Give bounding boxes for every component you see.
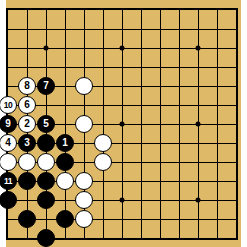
intersection[interactable]: [189, 210, 208, 229]
go-board: 8710692543111: [0, 1, 246, 247]
intersection[interactable]: [94, 39, 113, 58]
intersection[interactable]: [151, 153, 170, 172]
intersection[interactable]: [170, 229, 189, 247]
intersection[interactable]: [94, 1, 113, 20]
intersection[interactable]: [94, 77, 113, 96]
intersection[interactable]: [37, 96, 56, 115]
intersection[interactable]: [189, 77, 208, 96]
intersection[interactable]: [170, 77, 189, 96]
intersection[interactable]: [227, 77, 246, 96]
intersection[interactable]: [94, 191, 113, 210]
intersection[interactable]: [227, 1, 246, 20]
intersection[interactable]: [56, 77, 75, 96]
intersection[interactable]: 1: [56, 134, 75, 153]
intersection[interactable]: [208, 210, 227, 229]
intersection[interactable]: [227, 39, 246, 58]
intersection[interactable]: [113, 39, 132, 58]
black-stone: [37, 134, 55, 152]
intersection[interactable]: 2: [18, 115, 37, 134]
intersection[interactable]: [151, 191, 170, 210]
intersection[interactable]: [208, 191, 227, 210]
intersection[interactable]: [132, 191, 151, 210]
intersection[interactable]: [208, 1, 227, 20]
intersection[interactable]: [75, 77, 94, 96]
intersection[interactable]: [94, 153, 113, 172]
intersection[interactable]: [113, 191, 132, 210]
intersection[interactable]: [132, 210, 151, 229]
intersection[interactable]: [56, 191, 75, 210]
intersection[interactable]: [151, 134, 170, 153]
intersection[interactable]: 4: [0, 134, 18, 153]
white-stone: 8: [18, 77, 36, 95]
white-stone: [75, 191, 93, 209]
intersection[interactable]: [94, 172, 113, 191]
intersection[interactable]: [227, 191, 246, 210]
intersection[interactable]: [113, 153, 132, 172]
intersection[interactable]: [37, 20, 56, 39]
intersection[interactable]: [56, 229, 75, 247]
intersection[interactable]: [37, 172, 56, 191]
intersection[interactable]: [189, 153, 208, 172]
white-stone: [37, 153, 55, 171]
intersection[interactable]: [94, 20, 113, 39]
white-stone: [0, 153, 17, 171]
intersection[interactable]: [208, 172, 227, 191]
move-number: 4: [5, 138, 11, 148]
intersection[interactable]: [151, 58, 170, 77]
black-stone: [56, 210, 74, 228]
intersection[interactable]: [208, 229, 227, 247]
white-stone: [75, 77, 93, 95]
intersection[interactable]: [0, 20, 18, 39]
intersection[interactable]: [189, 115, 208, 134]
black-stone: [37, 172, 55, 190]
black-stone: [18, 172, 36, 190]
intersection[interactable]: [170, 172, 189, 191]
intersection[interactable]: [56, 115, 75, 134]
intersection[interactable]: [113, 1, 132, 20]
intersection[interactable]: [227, 115, 246, 134]
intersection[interactable]: [113, 96, 132, 115]
move-number: 7: [43, 81, 49, 91]
intersection[interactable]: [75, 191, 94, 210]
white-stone: [56, 172, 74, 190]
intersection[interactable]: 8: [18, 77, 37, 96]
intersection[interactable]: [208, 153, 227, 172]
intersection[interactable]: [94, 58, 113, 77]
intersection[interactable]: [170, 153, 189, 172]
intersection[interactable]: [189, 58, 208, 77]
black-stone: [56, 153, 74, 171]
intersection[interactable]: [94, 229, 113, 247]
intersection[interactable]: [37, 1, 56, 20]
intersection[interactable]: [132, 115, 151, 134]
intersection[interactable]: [170, 115, 189, 134]
intersection[interactable]: [151, 115, 170, 134]
intersection[interactable]: [132, 172, 151, 191]
move-number: 5: [43, 119, 49, 129]
intersection[interactable]: [113, 229, 132, 247]
intersection[interactable]: [37, 153, 56, 172]
white-stone: 2: [18, 115, 36, 133]
intersection[interactable]: 6: [18, 96, 37, 115]
intersection[interactable]: [170, 134, 189, 153]
intersection[interactable]: [227, 96, 246, 115]
intersection[interactable]: [75, 229, 94, 247]
intersection[interactable]: [189, 20, 208, 39]
intersection[interactable]: [189, 1, 208, 20]
black-stone: 1: [56, 134, 74, 152]
intersection[interactable]: [227, 229, 246, 247]
intersection[interactable]: [18, 20, 37, 39]
intersection[interactable]: [227, 20, 246, 39]
intersection[interactable]: [75, 153, 94, 172]
intersection[interactable]: [0, 1, 18, 20]
intersection[interactable]: [170, 20, 189, 39]
move-number: 1: [62, 138, 68, 148]
intersection[interactable]: [56, 153, 75, 172]
intersection[interactable]: [132, 134, 151, 153]
intersection[interactable]: [37, 229, 56, 247]
intersection[interactable]: [75, 115, 94, 134]
intersection[interactable]: [0, 210, 18, 229]
intersection[interactable]: [113, 172, 132, 191]
intersection[interactable]: [75, 1, 94, 20]
intersection[interactable]: [170, 1, 189, 20]
intersection[interactable]: [170, 96, 189, 115]
intersection[interactable]: [132, 1, 151, 20]
intersection[interactable]: [151, 1, 170, 20]
black-stone: [37, 191, 55, 209]
white-stone: 6: [18, 96, 36, 114]
intersection[interactable]: [132, 77, 151, 96]
black-stone: 3: [18, 134, 36, 152]
intersection[interactable]: [37, 191, 56, 210]
move-number: 11: [4, 177, 12, 186]
intersection[interactable]: [151, 77, 170, 96]
white-stone: [94, 134, 112, 152]
intersection[interactable]: [151, 210, 170, 229]
intersection[interactable]: [56, 172, 75, 191]
intersection[interactable]: [18, 153, 37, 172]
intersection[interactable]: [18, 191, 37, 210]
intersection[interactable]: [18, 229, 37, 247]
intersection[interactable]: [208, 96, 227, 115]
intersection[interactable]: [151, 229, 170, 247]
intersection[interactable]: [56, 20, 75, 39]
intersection[interactable]: [208, 77, 227, 96]
intersection[interactable]: [18, 1, 37, 20]
intersection[interactable]: [56, 58, 75, 77]
intersection[interactable]: 11: [0, 172, 18, 191]
intersection[interactable]: [189, 191, 208, 210]
intersection[interactable]: [113, 58, 132, 77]
move-number: 2: [24, 119, 30, 129]
intersection[interactable]: [189, 96, 208, 115]
intersection[interactable]: [151, 20, 170, 39]
intersection[interactable]: [75, 172, 94, 191]
intersection[interactable]: [208, 115, 227, 134]
intersection[interactable]: [132, 20, 151, 39]
intersection[interactable]: [151, 172, 170, 191]
intersection[interactable]: [113, 20, 132, 39]
intersection[interactable]: [56, 96, 75, 115]
intersection[interactable]: [170, 210, 189, 229]
black-stone: [0, 191, 17, 209]
intersection[interactable]: [0, 191, 18, 210]
intersection[interactable]: [170, 39, 189, 58]
intersection[interactable]: [151, 39, 170, 58]
intersection[interactable]: [132, 153, 151, 172]
intersection[interactable]: [170, 191, 189, 210]
white-stone: 10: [0, 96, 17, 114]
white-stone: [18, 153, 36, 171]
intersection[interactable]: [113, 134, 132, 153]
intersection[interactable]: [94, 115, 113, 134]
intersection[interactable]: [113, 210, 132, 229]
move-number: 8: [24, 81, 30, 91]
intersection[interactable]: 5: [37, 115, 56, 134]
white-stone: [94, 153, 112, 171]
intersection[interactable]: [94, 96, 113, 115]
intersection[interactable]: [189, 172, 208, 191]
intersection[interactable]: [132, 96, 151, 115]
intersection[interactable]: [75, 96, 94, 115]
intersection[interactable]: [56, 1, 75, 20]
intersection[interactable]: [151, 96, 170, 115]
intersection[interactable]: [208, 39, 227, 58]
intersection[interactable]: 9: [0, 115, 18, 134]
go-board-diagram: 8710692543111: [0, 0, 247, 247]
intersection[interactable]: 3: [18, 134, 37, 153]
white-stone: [75, 210, 93, 228]
intersection[interactable]: [227, 172, 246, 191]
intersection[interactable]: [18, 39, 37, 58]
intersection[interactable]: [0, 77, 18, 96]
intersection[interactable]: [132, 39, 151, 58]
intersection[interactable]: [132, 229, 151, 247]
intersection[interactable]: [37, 39, 56, 58]
intersection[interactable]: [0, 58, 18, 77]
intersection[interactable]: [208, 20, 227, 39]
intersection[interactable]: [0, 153, 18, 172]
black-stone: 11: [0, 172, 17, 190]
intersection[interactable]: [132, 58, 151, 77]
intersection[interactable]: [94, 134, 113, 153]
intersection[interactable]: [113, 115, 132, 134]
intersection[interactable]: [75, 20, 94, 39]
intersection[interactable]: [75, 210, 94, 229]
black-stone: 5: [37, 115, 55, 133]
intersection[interactable]: [94, 210, 113, 229]
intersection[interactable]: 10: [0, 96, 18, 115]
intersection[interactable]: [0, 229, 18, 247]
intersection[interactable]: [75, 39, 94, 58]
black-stone: [18, 210, 36, 228]
intersection[interactable]: [189, 134, 208, 153]
intersection[interactable]: [37, 58, 56, 77]
move-number: 10: [4, 101, 12, 110]
intersection[interactable]: [227, 134, 246, 153]
intersection[interactable]: [227, 210, 246, 229]
black-stone: 9: [0, 115, 17, 133]
intersection[interactable]: [189, 39, 208, 58]
white-stone: [75, 172, 93, 190]
black-stone: 7: [37, 77, 55, 95]
move-number: 3: [24, 138, 30, 148]
intersection[interactable]: [75, 58, 94, 77]
black-stone: [37, 229, 55, 247]
intersection[interactable]: [113, 77, 132, 96]
intersection[interactable]: [75, 134, 94, 153]
intersection[interactable]: [227, 58, 246, 77]
intersection[interactable]: 7: [37, 77, 56, 96]
white-stone: 4: [0, 134, 17, 152]
intersection[interactable]: [208, 58, 227, 77]
intersection[interactable]: [18, 58, 37, 77]
intersection[interactable]: [208, 134, 227, 153]
white-stone: [75, 115, 93, 133]
intersection[interactable]: [56, 39, 75, 58]
move-number: 9: [5, 119, 11, 129]
intersection[interactable]: [37, 210, 56, 229]
intersection[interactable]: [170, 58, 189, 77]
intersection[interactable]: [56, 210, 75, 229]
intersection[interactable]: [227, 153, 246, 172]
intersection[interactable]: [0, 39, 18, 58]
intersection[interactable]: [18, 172, 37, 191]
intersection[interactable]: [189, 229, 208, 247]
move-number: 6: [24, 100, 30, 110]
intersection[interactable]: [18, 210, 37, 229]
intersection[interactable]: [37, 134, 56, 153]
